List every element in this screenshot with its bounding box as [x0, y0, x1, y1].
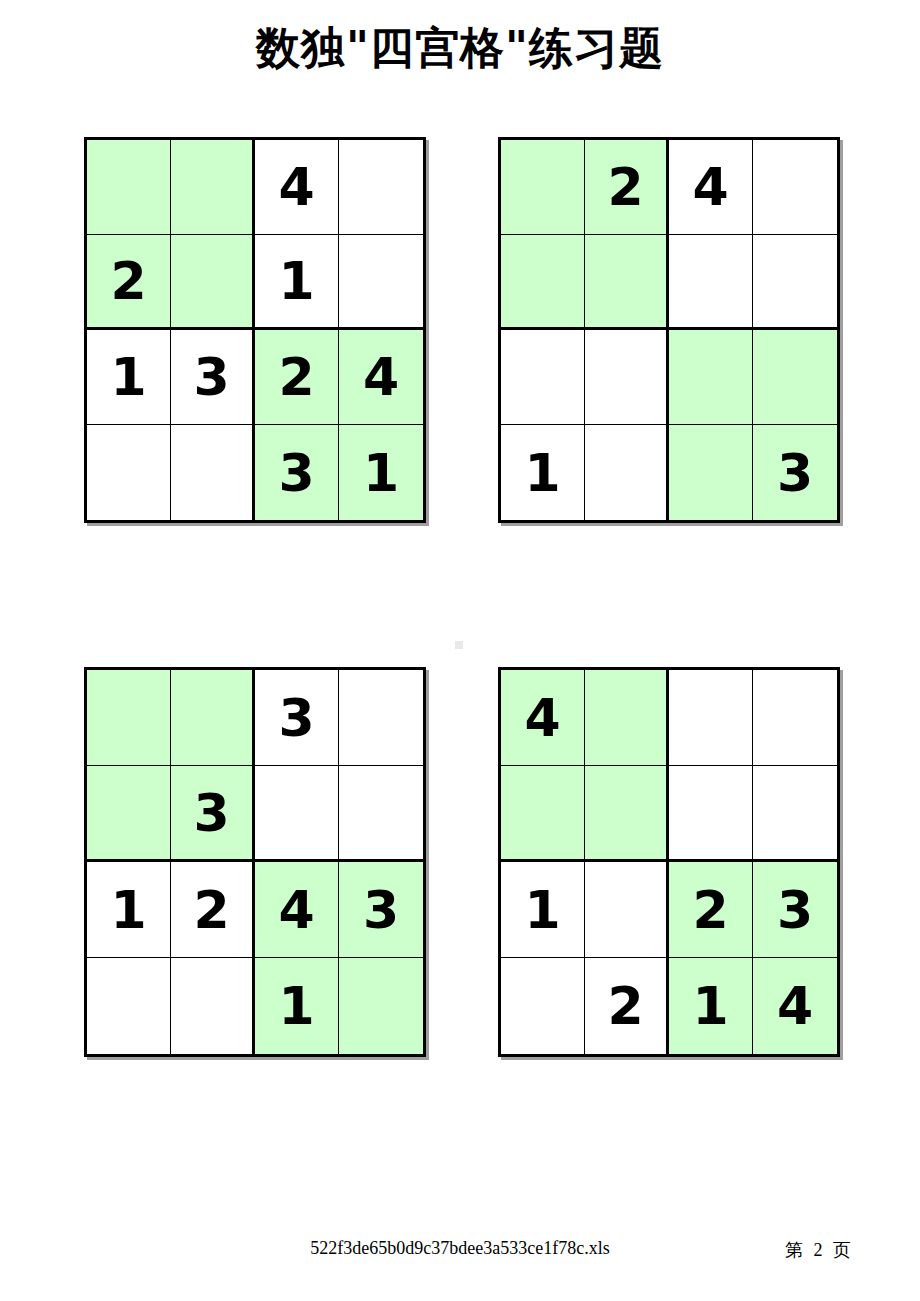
puzzle-4-cell-r1c3	[669, 670, 753, 766]
puzzle-1-cell-r3c2: 3	[171, 330, 255, 425]
puzzle-3-cell-r4c3: 1	[255, 958, 339, 1054]
puzzle-4-cell-r2c4	[753, 766, 837, 862]
puzzle-1-cell-r2c3: 1	[255, 235, 339, 330]
puzzle-2-cell-r3c4	[753, 330, 837, 425]
puzzle-4-cell-r3c1: 1	[501, 862, 585, 958]
sudoku-grid-4: 4123214	[498, 667, 840, 1057]
puzzle-3-cell-r4c4	[339, 958, 423, 1054]
puzzle-3-cell-r2c1	[87, 766, 171, 862]
puzzle-1-cell-r1c4	[339, 140, 423, 235]
puzzle-2-cell-r1c2: 2	[585, 140, 669, 235]
puzzle-2-cell-r3c1	[501, 330, 585, 425]
puzzle-3-cell-r1c3: 3	[255, 670, 339, 766]
puzzle-2-cell-r1c1	[501, 140, 585, 235]
puzzle-3-cell-r1c1	[87, 670, 171, 766]
puzzle-2-cell-r1c3: 4	[669, 140, 753, 235]
puzzle-4-cell-r3c2	[585, 862, 669, 958]
puzzle-1-cell-r1c3: 4	[255, 140, 339, 235]
puzzle-1-cell-r2c2	[171, 235, 255, 330]
worksheet-page: 数独"四宫格"练习题 421132431 2413 3312431 412321…	[0, 0, 920, 1301]
puzzle-3-cell-r2c4	[339, 766, 423, 862]
puzzle-4-cell-r2c3	[669, 766, 753, 862]
puzzle-2-cell-r1c4	[753, 140, 837, 235]
puzzle-3-cell-r3c1: 1	[87, 862, 171, 958]
puzzle-3-cell-r4c2	[171, 958, 255, 1054]
sudoku-grid-1: 421132431	[84, 137, 426, 523]
puzzle-2-cell-r2c1	[501, 235, 585, 330]
puzzle-2-cell-r4c2	[585, 425, 669, 520]
puzzle-3-cell-r4c1	[87, 958, 171, 1054]
puzzle-1-cell-r4c1	[87, 425, 171, 520]
puzzle-4-cell-r1c2	[585, 670, 669, 766]
puzzle-4-cell-r4c4: 4	[753, 958, 837, 1054]
puzzle-3-cell-r1c4	[339, 670, 423, 766]
puzzle-4-cell-r3c3: 2	[669, 862, 753, 958]
puzzle-2-cell-r2c3	[669, 235, 753, 330]
puzzle-2-cell-r2c2	[585, 235, 669, 330]
page-title: 数独"四宫格"练习题	[0, 20, 920, 76]
page-artifact-dot	[455, 641, 463, 649]
puzzle-4-cell-r1c4	[753, 670, 837, 766]
puzzle-4-cell-r4c1	[501, 958, 585, 1054]
puzzle-2-cell-r3c2	[585, 330, 669, 425]
sudoku-grid-2: 2413	[498, 137, 840, 523]
puzzle-3-cell-r1c2	[171, 670, 255, 766]
puzzle-2-cell-r4c3	[669, 425, 753, 520]
puzzle-1-cell-r4c4: 1	[339, 425, 423, 520]
puzzle-3-cell-r2c2: 3	[171, 766, 255, 862]
puzzle-4-cell-r4c3: 1	[669, 958, 753, 1054]
puzzle-2-cell-r2c4	[753, 235, 837, 330]
puzzle-1-cell-r2c4	[339, 235, 423, 330]
puzzle-4-cell-r3c4: 3	[753, 862, 837, 958]
puzzle-4-cell-r1c1: 4	[501, 670, 585, 766]
puzzle-3-cell-r2c3	[255, 766, 339, 862]
footer-page-number: 第 2 页	[785, 1238, 854, 1262]
puzzle-4-cell-r2c1	[501, 766, 585, 862]
puzzle-2-cell-r3c3	[669, 330, 753, 425]
puzzle-1-cell-r1c1	[87, 140, 171, 235]
puzzle-1-cell-r3c3: 2	[255, 330, 339, 425]
puzzle-1-cell-r1c2	[171, 140, 255, 235]
puzzle-1-cell-r3c1: 1	[87, 330, 171, 425]
puzzle-4-cell-r4c2: 2	[585, 958, 669, 1054]
puzzle-1-cell-r3c4: 4	[339, 330, 423, 425]
puzzle-3-cell-r3c3: 4	[255, 862, 339, 958]
sudoku-grid-3: 3312431	[84, 667, 426, 1057]
puzzle-1-cell-r4c2	[171, 425, 255, 520]
puzzle-2-cell-r4c4: 3	[753, 425, 837, 520]
puzzle-4-cell-r2c2	[585, 766, 669, 862]
puzzle-3-cell-r3c4: 3	[339, 862, 423, 958]
puzzle-1-cell-r4c3: 3	[255, 425, 339, 520]
footer-filename: 522f3de65b0d9c37bdee3a533ce1f78c.xls	[0, 1238, 920, 1259]
puzzle-1-cell-r2c1: 2	[87, 235, 171, 330]
puzzle-2-cell-r4c1: 1	[501, 425, 585, 520]
puzzle-3-cell-r3c2: 2	[171, 862, 255, 958]
